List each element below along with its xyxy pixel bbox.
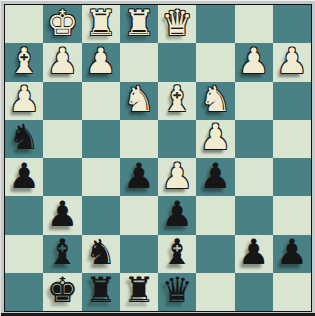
square-g8[interactable] xyxy=(235,5,273,43)
white-knight: ♞ xyxy=(200,82,231,117)
black-pawn: ♟ xyxy=(161,197,192,232)
square-e1[interactable]: ♛ xyxy=(158,273,196,311)
white-pawn: ♟ xyxy=(200,120,231,155)
square-b2[interactable]: ♝ xyxy=(43,235,81,273)
square-c7[interactable]: ♟ xyxy=(82,43,120,81)
white-queen: ♛ xyxy=(161,6,192,41)
black-pawn: ♟ xyxy=(123,159,154,194)
square-h1[interactable] xyxy=(273,273,311,311)
square-e8[interactable]: ♛ xyxy=(158,5,196,43)
square-h3[interactable] xyxy=(273,196,311,234)
square-a5[interactable]: ♞ xyxy=(5,120,43,158)
square-d4[interactable]: ♟ xyxy=(120,158,158,196)
white-pawn: ♟ xyxy=(47,44,78,79)
square-c1[interactable]: ♜ xyxy=(82,273,120,311)
square-a8[interactable] xyxy=(5,5,43,43)
square-c5[interactable] xyxy=(82,120,120,158)
square-f8[interactable] xyxy=(196,5,234,43)
black-pawn: ♟ xyxy=(47,197,78,232)
black-knight: ♞ xyxy=(8,120,39,155)
square-e2[interactable]: ♝ xyxy=(158,235,196,273)
square-f1[interactable] xyxy=(196,273,234,311)
black-bishop: ♝ xyxy=(161,235,192,270)
square-d7[interactable] xyxy=(120,43,158,81)
square-b1[interactable]: ♚ xyxy=(43,273,81,311)
black-queen: ♛ xyxy=(161,273,192,308)
square-e5[interactable] xyxy=(158,120,196,158)
white-pawn: ♟ xyxy=(8,82,39,117)
black-pawn: ♟ xyxy=(8,159,39,194)
square-c4[interactable] xyxy=(82,158,120,196)
square-h7[interactable]: ♟ xyxy=(273,43,311,81)
square-b7[interactable]: ♟ xyxy=(43,43,81,81)
square-b3[interactable]: ♟ xyxy=(43,196,81,234)
square-c2[interactable]: ♞ xyxy=(82,235,120,273)
square-a6[interactable]: ♟ xyxy=(5,82,43,120)
black-pawn: ♟ xyxy=(238,235,269,270)
black-bishop: ♝ xyxy=(47,235,78,270)
square-h6[interactable] xyxy=(273,82,311,120)
square-b5[interactable] xyxy=(43,120,81,158)
square-d1[interactable]: ♜ xyxy=(120,273,158,311)
black-pawn: ♟ xyxy=(276,235,307,270)
white-rook: ♜ xyxy=(123,6,154,41)
square-e3[interactable]: ♟ xyxy=(158,196,196,234)
square-c3[interactable] xyxy=(82,196,120,234)
square-b4[interactable] xyxy=(43,158,81,196)
square-g4[interactable] xyxy=(235,158,273,196)
square-d5[interactable] xyxy=(120,120,158,158)
square-c6[interactable] xyxy=(82,82,120,120)
white-pawn: ♟ xyxy=(161,159,192,194)
window-frame: ♚♜♜♛♝♟♟♟♟♟♞♝♞♞♟♟♟♟♟♟♟♝♞♝♟♟♚♜♜♛ xyxy=(0,0,315,316)
square-f5[interactable]: ♟ xyxy=(196,120,234,158)
black-rook: ♜ xyxy=(123,273,154,308)
black-knight: ♞ xyxy=(85,235,116,270)
white-pawn: ♟ xyxy=(238,44,269,79)
square-a2[interactable] xyxy=(5,235,43,273)
square-g6[interactable] xyxy=(235,82,273,120)
square-f2[interactable] xyxy=(196,235,234,273)
square-f7[interactable] xyxy=(196,43,234,81)
square-e4[interactable]: ♟ xyxy=(158,158,196,196)
square-f4[interactable]: ♟ xyxy=(196,158,234,196)
square-e6[interactable]: ♝ xyxy=(158,82,196,120)
square-h4[interactable] xyxy=(273,158,311,196)
square-h5[interactable] xyxy=(273,120,311,158)
square-a1[interactable] xyxy=(5,273,43,311)
square-b8[interactable]: ♚ xyxy=(43,5,81,43)
black-king: ♚ xyxy=(47,273,78,308)
square-a7[interactable]: ♝ xyxy=(5,43,43,81)
white-rook: ♜ xyxy=(85,6,116,41)
square-g1[interactable] xyxy=(235,273,273,311)
square-f6[interactable]: ♞ xyxy=(196,82,234,120)
square-h8[interactable] xyxy=(273,5,311,43)
square-h2[interactable]: ♟ xyxy=(273,235,311,273)
square-a3[interactable] xyxy=(5,196,43,234)
white-pawn: ♟ xyxy=(85,44,116,79)
square-b6[interactable] xyxy=(43,82,81,120)
white-knight: ♞ xyxy=(123,82,154,117)
square-g5[interactable] xyxy=(235,120,273,158)
black-rook: ♜ xyxy=(85,273,116,308)
white-king: ♚ xyxy=(47,6,78,41)
square-g3[interactable] xyxy=(235,196,273,234)
square-a4[interactable]: ♟ xyxy=(5,158,43,196)
square-f3[interactable] xyxy=(196,196,234,234)
square-d8[interactable]: ♜ xyxy=(120,5,158,43)
chess-board: ♚♜♜♛♝♟♟♟♟♟♞♝♞♞♟♟♟♟♟♟♟♝♞♝♟♟♚♜♜♛ xyxy=(4,4,312,312)
square-e7[interactable] xyxy=(158,43,196,81)
black-pawn: ♟ xyxy=(200,159,231,194)
white-bishop: ♝ xyxy=(161,82,192,117)
square-g7[interactable]: ♟ xyxy=(235,43,273,81)
square-g2[interactable]: ♟ xyxy=(235,235,273,273)
square-c8[interactable]: ♜ xyxy=(82,5,120,43)
square-d2[interactable] xyxy=(120,235,158,273)
square-d6[interactable]: ♞ xyxy=(120,82,158,120)
white-bishop: ♝ xyxy=(8,44,39,79)
square-d3[interactable] xyxy=(120,196,158,234)
white-pawn: ♟ xyxy=(276,44,307,79)
